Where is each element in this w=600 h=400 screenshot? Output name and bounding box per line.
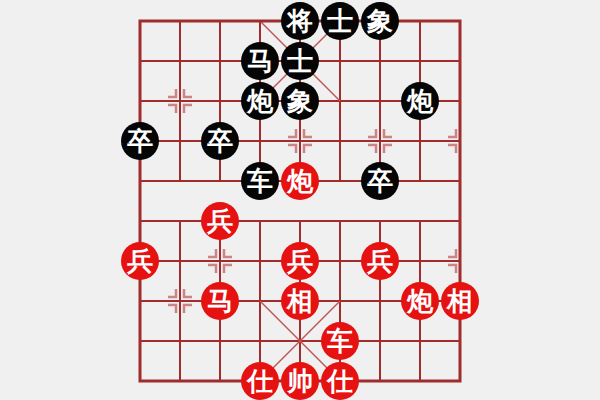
board-point-r4c9[interactable] [440, 121, 480, 161]
board-point-r6c4[interactable] [240, 201, 280, 241]
board-point-r1c8[interactable] [400, 1, 440, 41]
piece-red-cannon[interactable]: 炮 [401, 282, 439, 320]
board-point-r1c6[interactable]: 士 [320, 1, 360, 41]
pieces-layer: 将士象马士炮象炮卒卒车炮卒兵兵兵兵马相炮相车仕帅仕 [120, 1, 480, 400]
board-point-r10c1[interactable] [120, 361, 160, 400]
board-point-r9c9[interactable] [440, 321, 480, 361]
board-point-r9c2[interactable] [160, 321, 200, 361]
board-point-r2c1[interactable] [120, 41, 160, 81]
piece-red-soldier[interactable]: 兵 [281, 242, 319, 280]
board-point-r1c2[interactable] [160, 1, 200, 41]
piece-black-cannon[interactable]: 炮 [401, 82, 439, 120]
board-point-r5c8[interactable] [400, 161, 440, 201]
board-point-r8c5[interactable]: 相 [280, 281, 320, 321]
board-point-r4c1[interactable]: 卒 [120, 121, 160, 161]
board-point-r5c7[interactable]: 卒 [360, 161, 400, 201]
board-point-r10c2[interactable] [160, 361, 200, 400]
piece-red-horse[interactable]: 马 [201, 282, 239, 320]
piece-black-cannon[interactable]: 炮 [241, 82, 279, 120]
board-point-r3c1[interactable] [120, 81, 160, 121]
board-point-r6c1[interactable] [120, 201, 160, 241]
board-point-r2c7[interactable] [360, 41, 400, 81]
piece-red-advisor[interactable]: 仕 [321, 362, 359, 400]
piece-red-advisor[interactable]: 仕 [241, 362, 279, 400]
board-point-r6c8[interactable] [400, 201, 440, 241]
board-point-r3c2[interactable] [160, 81, 200, 121]
board-point-r2c3[interactable] [200, 41, 240, 81]
board-point-r10c7[interactable] [360, 361, 400, 400]
board-point-r3c5[interactable]: 象 [280, 81, 320, 121]
piece-black-general[interactable]: 将 [281, 2, 319, 40]
board-point-r6c9[interactable] [440, 201, 480, 241]
board-point-r4c8[interactable] [400, 121, 440, 161]
piece-black-soldier[interactable]: 卒 [201, 122, 239, 160]
piece-red-chariot[interactable]: 车 [321, 322, 359, 360]
board-point-r2c8[interactable] [400, 41, 440, 81]
board-point-r8c6[interactable] [320, 281, 360, 321]
board-point-r8c4[interactable] [240, 281, 280, 321]
board-point-r10c4[interactable]: 仕 [240, 361, 280, 400]
board-point-r3c7[interactable] [360, 81, 400, 121]
board-point-r3c6[interactable] [320, 81, 360, 121]
board-point-r10c5[interactable]: 帅 [280, 361, 320, 400]
board-point-r8c7[interactable] [360, 281, 400, 321]
board-point-r4c2[interactable] [160, 121, 200, 161]
board-point-r1c5[interactable]: 将 [280, 1, 320, 41]
board-point-r7c5[interactable]: 兵 [280, 241, 320, 281]
board-point-r5c9[interactable] [440, 161, 480, 201]
piece-red-soldier[interactable]: 兵 [361, 242, 399, 280]
board-point-r6c5[interactable] [280, 201, 320, 241]
board-point-r3c9[interactable] [440, 81, 480, 121]
board-point-r9c3[interactable] [200, 321, 240, 361]
board-point-r8c3[interactable]: 马 [200, 281, 240, 321]
piece-red-cannon[interactable]: 炮 [281, 162, 319, 200]
board-point-r9c1[interactable] [120, 321, 160, 361]
board-point-r5c6[interactable] [320, 161, 360, 201]
board-point-r2c5[interactable]: 士 [280, 41, 320, 81]
board-point-r2c4[interactable]: 马 [240, 41, 280, 81]
board-point-r3c4[interactable]: 炮 [240, 81, 280, 121]
board-point-r9c8[interactable] [400, 321, 440, 361]
board-point-r5c2[interactable] [160, 161, 200, 201]
board-point-r4c6[interactable] [320, 121, 360, 161]
board-point-r1c1[interactable] [120, 1, 160, 41]
piece-red-soldier[interactable]: 兵 [121, 242, 159, 280]
board-point-r7c1[interactable]: 兵 [120, 241, 160, 281]
board-point-r3c8[interactable]: 炮 [400, 81, 440, 121]
piece-red-elephant[interactable]: 相 [281, 282, 319, 320]
board-point-r3c3[interactable] [200, 81, 240, 121]
board-point-r10c6[interactable]: 仕 [320, 361, 360, 400]
piece-black-elephant[interactable]: 象 [361, 2, 399, 40]
piece-black-chariot[interactable]: 车 [241, 162, 279, 200]
board-point-r2c2[interactable] [160, 41, 200, 81]
board-point-r9c6[interactable]: 车 [320, 321, 360, 361]
piece-black-horse[interactable]: 马 [241, 42, 279, 80]
board-point-r8c2[interactable] [160, 281, 200, 321]
board-point-r5c5[interactable]: 炮 [280, 161, 320, 201]
board-point-r8c8[interactable]: 炮 [400, 281, 440, 321]
piece-black-elephant[interactable]: 象 [281, 82, 319, 120]
board-point-r1c3[interactable] [200, 1, 240, 41]
board-point-r7c6[interactable] [320, 241, 360, 281]
piece-red-soldier[interactable]: 兵 [201, 202, 239, 240]
board-point-r9c4[interactable] [240, 321, 280, 361]
board-point-r10c8[interactable] [400, 361, 440, 400]
board-point-r9c5[interactable] [280, 321, 320, 361]
piece-black-soldier[interactable]: 卒 [121, 122, 159, 160]
piece-red-elephant[interactable]: 相 [441, 282, 479, 320]
board-point-r6c2[interactable] [160, 201, 200, 241]
xiangqi-board-screen: 将士象马士炮象炮卒卒车炮卒兵兵兵兵马相炮相车仕帅仕 [0, 0, 600, 400]
board-point-r7c3[interactable] [200, 241, 240, 281]
board-point-r5c3[interactable] [200, 161, 240, 201]
board-point-r7c2[interactable] [160, 241, 200, 281]
piece-black-advisor[interactable]: 士 [281, 42, 319, 80]
board-point-r7c4[interactable] [240, 241, 280, 281]
board-point-r2c6[interactable] [320, 41, 360, 81]
board-point-r7c8[interactable] [400, 241, 440, 281]
board-point-r4c5[interactable] [280, 121, 320, 161]
board-point-r6c3[interactable]: 兵 [200, 201, 240, 241]
board-point-r2c9[interactable] [440, 41, 480, 81]
piece-black-soldier[interactable]: 卒 [361, 162, 399, 200]
piece-red-general[interactable]: 帅 [281, 362, 319, 400]
board-point-r1c9[interactable] [440, 1, 480, 41]
board-point-r4c3[interactable]: 卒 [200, 121, 240, 161]
board-point-r8c9[interactable]: 相 [440, 281, 480, 321]
board-point-r10c3[interactable] [200, 361, 240, 400]
board-point-r9c7[interactable] [360, 321, 400, 361]
board-point-r7c7[interactable]: 兵 [360, 241, 400, 281]
board-point-r4c4[interactable] [240, 121, 280, 161]
board-point-r10c9[interactable] [440, 361, 480, 400]
piece-black-advisor[interactable]: 士 [321, 2, 359, 40]
board-point-r6c6[interactable] [320, 201, 360, 241]
board-point-r7c9[interactable] [440, 241, 480, 281]
board-point-r6c7[interactable] [360, 201, 400, 241]
board-point-r5c4[interactable]: 车 [240, 161, 280, 201]
board-point-r8c1[interactable] [120, 281, 160, 321]
board-point-r1c7[interactable]: 象 [360, 1, 400, 41]
board-point-r5c1[interactable] [120, 161, 160, 201]
board-point-r1c4[interactable] [240, 1, 280, 41]
board-point-r4c7[interactable] [360, 121, 400, 161]
